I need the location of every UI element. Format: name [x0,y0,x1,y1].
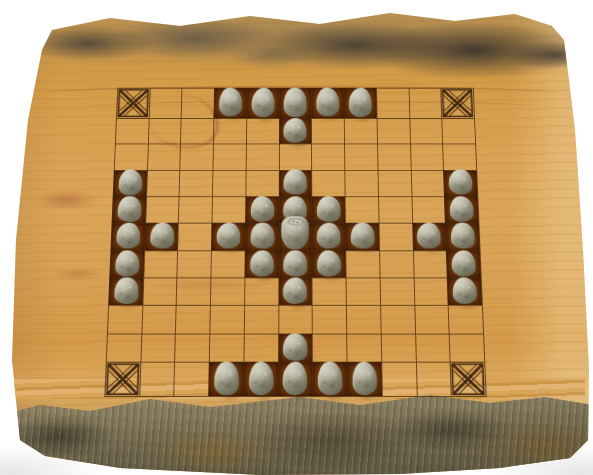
square-b6[interactable] [144,223,178,250]
square-h7[interactable] [345,196,379,223]
defender-piece[interactable] [316,196,341,223]
square-c2[interactable] [175,333,210,362]
square-k7[interactable] [444,196,478,223]
square-e8[interactable] [245,170,278,196]
attacker-piece[interactable] [150,222,174,249]
square-i2[interactable] [380,333,415,362]
square-k8[interactable] [443,170,477,196]
square-g8[interactable] [311,170,344,196]
square-c7[interactable] [178,196,212,223]
square-g5[interactable] [312,250,346,277]
square-d11[interactable] [214,88,247,118]
square-j1[interactable] [415,362,451,396]
square-a4[interactable] [108,278,143,306]
square-g2[interactable] [312,333,347,362]
attacker-piece[interactable] [283,87,307,117]
defender-piece[interactable] [250,196,274,222]
square-e7[interactable] [245,196,278,223]
square-c9[interactable] [180,144,213,170]
square-k10[interactable] [442,118,476,144]
bark-front-edge [0,389,593,475]
square-k11[interactable] [440,88,474,118]
square-b1[interactable] [139,362,175,396]
square-i1[interactable] [381,362,416,396]
corner-x-icon [105,363,140,396]
attacker-piece[interactable] [283,117,308,143]
square-b9[interactable] [147,144,181,170]
square-k3[interactable] [448,305,483,333]
square-d3[interactable] [210,305,245,333]
square-b4[interactable] [142,278,177,306]
square-h2[interactable] [346,333,381,362]
attacker-piece[interactable] [248,362,273,395]
square-a1[interactable] [104,362,140,396]
square-e1[interactable] [243,362,278,396]
square-g10[interactable] [311,118,344,144]
square-e4[interactable] [244,278,278,306]
red-grain-streak [52,268,104,280]
square-j4[interactable] [413,278,448,306]
square-d2[interactable] [209,333,244,362]
attacker-piece[interactable] [283,333,309,361]
square-g11[interactable] [311,88,344,118]
defender-piece[interactable] [317,250,341,277]
attacker-piece[interactable] [450,222,476,249]
square-a10[interactable] [115,118,149,144]
corner-x-icon [451,363,486,396]
defender-piece[interactable] [249,249,275,277]
square-c8[interactable] [179,170,213,196]
square-f8[interactable] [278,170,311,196]
square-h5[interactable] [345,250,379,277]
square-e5[interactable] [244,250,278,277]
king-piece[interactable] [281,216,309,249]
square-j2[interactable] [415,333,450,362]
square-c10[interactable] [180,118,213,144]
square-e3[interactable] [244,305,278,333]
square-j6[interactable] [412,223,446,250]
square-i11[interactable] [376,88,409,118]
defender-piece[interactable] [283,169,308,195]
attacker-piece[interactable] [115,250,140,277]
square-b7[interactable] [145,196,179,223]
square-j3[interactable] [414,305,449,333]
square-g9[interactable] [311,144,344,170]
defender-piece[interactable] [316,222,341,249]
square-h6[interactable] [345,223,379,250]
square-f9[interactable] [279,144,312,170]
square-b8[interactable] [146,170,180,196]
square-k4[interactable] [447,278,482,306]
square-f11[interactable] [279,88,312,118]
square-k1[interactable] [450,362,486,396]
square-d9[interactable] [213,144,246,170]
spalted-grain-top [34,12,571,82]
square-b2[interactable] [140,333,175,362]
square-k6[interactable] [445,223,479,250]
square-a7[interactable] [112,196,146,223]
square-h10[interactable] [344,118,377,144]
red-grain-streak [36,190,98,210]
attacker-piece[interactable] [449,196,474,222]
square-f3[interactable] [278,305,312,333]
square-c3[interactable] [175,305,210,333]
king-top-mark [287,218,303,226]
defender-piece[interactable] [350,222,375,249]
attacker-piece[interactable] [417,222,442,249]
square-f5[interactable] [278,250,312,277]
square-i7[interactable] [378,196,412,223]
square-b11[interactable] [149,88,182,118]
square-g6[interactable] [312,223,346,250]
corner-x-icon [441,89,474,118]
defender-piece[interactable] [283,250,308,277]
square-j10[interactable] [409,118,442,144]
square-h9[interactable] [344,144,377,170]
square-d6[interactable] [211,223,245,250]
attacker-piece[interactable] [114,277,138,305]
square-j8[interactable] [410,170,444,196]
square-h11[interactable] [344,88,377,118]
attacker-piece[interactable] [451,249,476,277]
attacker-piece[interactable] [117,196,141,223]
square-f2[interactable] [278,333,312,362]
square-f1[interactable] [278,362,313,396]
square-j5[interactable] [412,250,447,277]
square-i6[interactable] [378,223,412,250]
square-c1[interactable] [174,362,209,396]
square-d4[interactable] [210,278,244,306]
wooden-board-slab [0,0,593,475]
square-k5[interactable] [446,250,481,277]
square-b5[interactable] [143,250,178,277]
square-a3[interactable] [107,305,142,333]
square-g7[interactable] [312,196,345,223]
square-a9[interactable] [114,144,148,170]
square-h8[interactable] [344,170,377,196]
square-h3[interactable] [346,305,381,333]
square-e11[interactable] [246,88,279,118]
square-i8[interactable] [377,170,411,196]
square-i10[interactable] [376,118,409,144]
square-a2[interactable] [106,333,141,362]
defender-piece[interactable] [250,222,275,249]
square-c6[interactable] [178,223,212,250]
square-k2[interactable] [449,333,484,362]
square-e6[interactable] [245,223,279,250]
photo-background [0,0,593,475]
square-h1[interactable] [347,362,382,396]
attacker-piece[interactable] [316,87,340,116]
attacker-piece[interactable] [317,361,343,395]
attacker-piece[interactable] [214,361,239,395]
square-c11[interactable] [181,88,214,118]
square-g3[interactable] [312,305,346,333]
square-d10[interactable] [213,118,246,144]
square-e9[interactable] [246,144,279,170]
square-g4[interactable] [312,278,346,306]
square-b10[interactable] [148,118,181,144]
square-a6[interactable] [110,223,144,250]
square-c4[interactable] [176,278,211,306]
tafl-board-grid [104,88,486,397]
square-d8[interactable] [212,170,245,196]
square-g1[interactable] [312,362,347,396]
square-i9[interactable] [377,144,410,170]
attacker-piece[interactable] [282,361,309,395]
defender-piece[interactable] [216,222,242,249]
square-f10[interactable] [279,118,312,144]
square-d7[interactable] [212,196,246,223]
square-j11[interactable] [408,88,441,118]
square-k9[interactable] [442,144,476,170]
square-f4[interactable] [278,278,312,306]
square-d5[interactable] [211,250,245,277]
corner-x-icon [117,89,150,118]
square-c5[interactable] [177,250,211,277]
square-h4[interactable] [346,278,380,306]
attacker-piece[interactable] [352,362,377,395]
square-f6[interactable] [278,223,312,250]
square-i4[interactable] [379,278,413,306]
attacker-piece[interactable] [250,87,275,117]
attacker-piece[interactable] [452,277,477,304]
square-i5[interactable] [379,250,413,277]
square-j9[interactable] [410,144,444,170]
attacker-piece[interactable] [118,170,143,196]
attacker-piece[interactable] [449,169,473,196]
square-j7[interactable] [411,196,445,223]
square-a8[interactable] [113,170,147,196]
square-i3[interactable] [380,305,415,333]
square-b3[interactable] [141,305,176,333]
square-a11[interactable] [116,88,150,118]
square-e10[interactable] [246,118,279,144]
square-e2[interactable] [243,333,278,362]
attacker-piece[interactable] [348,87,372,117]
square-d1[interactable] [208,362,243,396]
attacker-piece[interactable] [115,222,141,249]
attacker-piece[interactable] [219,87,243,116]
square-a5[interactable] [109,250,144,277]
defender-piece[interactable] [283,277,309,305]
